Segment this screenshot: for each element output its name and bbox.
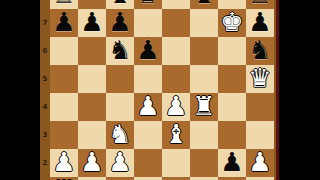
piece-white-rook-a1[interactable]: ♜ <box>50 177 78 180</box>
square-h3[interactable] <box>246 121 274 149</box>
rank-label-1: 1 <box>40 177 50 180</box>
square-d3[interactable] <box>134 121 162 149</box>
rank-labels: 87654321 <box>40 0 50 180</box>
square-d5[interactable] <box>134 65 162 93</box>
piece-white-rook-f4[interactable]: ♜ <box>190 93 218 121</box>
piece-black-king-g1[interactable]: ♚ <box>218 177 246 180</box>
rank-label-3: 3 <box>40 121 50 149</box>
square-b5[interactable] <box>78 65 106 93</box>
square-f1[interactable] <box>190 177 218 180</box>
square-a5[interactable] <box>50 65 78 93</box>
piece-black-pawn-g2[interactable]: ♟ <box>218 149 246 177</box>
square-a4[interactable] <box>50 93 78 121</box>
piece-white-pawn-e4[interactable]: ♟ <box>162 93 190 121</box>
square-b4[interactable] <box>78 93 106 121</box>
piece-white-pawn-b2[interactable]: ♟ <box>78 149 106 177</box>
square-g5[interactable] <box>218 65 246 93</box>
rank-label-7: 7 <box>40 9 50 37</box>
square-e6[interactable] <box>162 37 190 65</box>
piece-white-king-g7[interactable]: ♚ <box>218 9 246 37</box>
square-c5[interactable] <box>106 65 134 93</box>
square-f6[interactable] <box>190 37 218 65</box>
piece-black-knight-c6[interactable]: ♞ <box>106 37 134 65</box>
piece-white-bishop-e3[interactable]: ♝ <box>162 121 190 149</box>
chess-board: 87654321 ♜♝♛♝♜♟♟♟♚♟♞♟♞♛♟♟♜♞♝♟♟♟♟♟♜♚ <box>40 0 279 180</box>
piece-white-pawn-c2[interactable]: ♟ <box>106 149 134 177</box>
square-f5[interactable] <box>190 65 218 93</box>
piece-black-pawn-d6[interactable]: ♟ <box>134 37 162 65</box>
square-e7[interactable] <box>162 9 190 37</box>
square-b6[interactable] <box>78 37 106 65</box>
square-c1[interactable] <box>106 177 134 180</box>
piece-black-knight-h6[interactable]: ♞ <box>246 37 274 65</box>
piece-white-pawn-d4[interactable]: ♟ <box>134 93 162 121</box>
square-e8[interactable] <box>162 0 190 9</box>
square-a3[interactable] <box>50 121 78 149</box>
piece-black-pawn-b7[interactable]: ♟ <box>78 9 106 37</box>
square-b1[interactable] <box>78 177 106 180</box>
piece-white-knight-c3[interactable]: ♞ <box>106 121 134 149</box>
video-frame: 87654321 ♜♝♛♝♜♟♟♟♚♟♞♟♞♛♟♟♜♞♝♟♟♟♟♟♜♚ <box>0 0 320 180</box>
square-e5[interactable] <box>162 65 190 93</box>
piece-black-pawn-c7[interactable]: ♟ <box>106 9 134 37</box>
piece-black-pawn-a7[interactable]: ♟ <box>50 9 78 37</box>
square-h1[interactable] <box>246 177 274 180</box>
square-f7[interactable] <box>190 9 218 37</box>
square-g3[interactable] <box>218 121 246 149</box>
rank-label-6: 6 <box>40 37 50 65</box>
rank-label-5: 5 <box>40 65 50 93</box>
rank-label-2: 2 <box>40 149 50 177</box>
square-c4[interactable] <box>106 93 134 121</box>
piece-white-pawn-a2[interactable]: ♟ <box>50 149 78 177</box>
square-d1[interactable] <box>134 177 162 180</box>
square-e1[interactable] <box>162 177 190 180</box>
square-f2[interactable] <box>190 149 218 177</box>
square-d7[interactable] <box>134 9 162 37</box>
piece-white-queen-h5[interactable]: ♛ <box>246 65 274 93</box>
square-d2[interactable] <box>134 149 162 177</box>
square-g4[interactable] <box>218 93 246 121</box>
square-e2[interactable] <box>162 149 190 177</box>
piece-black-pawn-h7[interactable]: ♟ <box>246 9 274 37</box>
square-a6[interactable] <box>50 37 78 65</box>
square-h4[interactable] <box>246 93 274 121</box>
piece-black-bishop-f8[interactable]: ♝ <box>190 0 218 9</box>
square-g6[interactable] <box>218 37 246 65</box>
piece-white-pawn-h2[interactable]: ♟ <box>246 149 274 177</box>
rank-label-4: 4 <box>40 93 50 121</box>
piece-black-queen-d8[interactable]: ♛ <box>134 0 162 9</box>
square-b3[interactable] <box>78 121 106 149</box>
square-f3[interactable] <box>190 121 218 149</box>
rank-label-8: 8 <box>40 0 50 9</box>
